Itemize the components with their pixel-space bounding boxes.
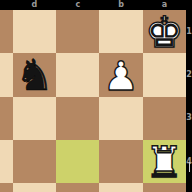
square-e2[interactable] — [0, 53, 13, 96]
square-e5[interactable] — [0, 183, 13, 192]
square-b2[interactable]: ♟ — [99, 53, 142, 96]
square-c5[interactable] — [56, 183, 99, 192]
square-a4[interactable]: ♜ — [143, 140, 186, 183]
square-e4[interactable] — [0, 140, 13, 183]
edge-artifact-line — [189, 162, 190, 172]
file-label-c: c — [72, 0, 84, 10]
square-b4[interactable] — [99, 140, 142, 183]
square-b5[interactable] — [99, 183, 142, 192]
square-d1[interactable] — [13, 10, 56, 53]
square-a3[interactable] — [143, 97, 186, 140]
file-label-d: d — [28, 0, 40, 10]
square-c1[interactable] — [56, 10, 99, 53]
file-label-b: b — [115, 0, 127, 10]
file-coordinates-bar: dcba — [0, 0, 192, 10]
square-c2[interactable] — [56, 53, 99, 96]
square-b3[interactable] — [99, 97, 142, 140]
square-c4[interactable] — [56, 140, 99, 183]
rank-label-1: 1 — [186, 27, 192, 37]
rank-label-2: 2 — [186, 70, 192, 80]
square-d5[interactable] — [13, 183, 56, 192]
square-e3[interactable] — [0, 97, 13, 140]
square-a5[interactable] — [143, 183, 186, 192]
square-d4[interactable] — [13, 140, 56, 183]
file-label-a: a — [158, 0, 170, 10]
white-king-piece[interactable]: ♚ — [145, 11, 184, 54]
square-a2[interactable] — [143, 53, 186, 96]
black-knight-piece[interactable]: ♞ — [15, 54, 54, 97]
square-a1[interactable]: ♚ — [143, 10, 186, 53]
square-c3[interactable] — [56, 97, 99, 140]
white-pawn-piece[interactable]: ♟ — [103, 56, 139, 96]
square-b1[interactable] — [99, 10, 142, 53]
square-d2[interactable]: ♞ — [13, 53, 56, 96]
rank-label-3: 3 — [186, 113, 192, 123]
chess-board: ♚♞♟♜ — [0, 10, 186, 192]
square-e1[interactable] — [0, 10, 13, 53]
white-rook-piece[interactable]: ♜ — [145, 141, 184, 184]
chess-board-screenshot: ♚♞♟♜ dcba 1234 — [0, 0, 192, 192]
square-d3[interactable] — [13, 97, 56, 140]
